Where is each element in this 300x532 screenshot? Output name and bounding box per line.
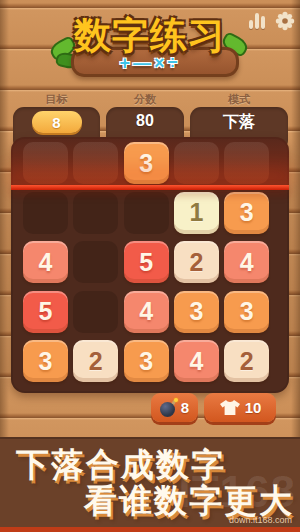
mode-value: 下落 (223, 112, 255, 133)
tile-3-r5c3[interactable]: 3 (124, 340, 169, 382)
danger-line (11, 185, 289, 191)
game-screen: 数字练习 +—×÷ 目标 8 分数 80 模式 下落 3134524543332… (0, 0, 300, 532)
tshirt-icon (219, 400, 241, 416)
tile-1-r2c4[interactable]: 1 (174, 192, 219, 234)
bomb-count: 8 (181, 399, 189, 416)
tile-4-r5c4[interactable]: 4 (174, 340, 219, 382)
score-value: 80 (136, 112, 154, 130)
tile-3-r1c3[interactable]: 3 (124, 142, 169, 184)
tile-4-r3c1[interactable]: 4 (23, 241, 68, 283)
mode-label: 模式 (190, 92, 288, 106)
target-label: 目标 (13, 92, 100, 106)
empty-cell-r1c5[interactable] (224, 142, 269, 184)
empty-cell-r2c3[interactable] (124, 192, 169, 234)
target-value-pill: 8 (32, 111, 82, 133)
bottom-accent-strip (0, 527, 300, 532)
game-board[interactable]: 3134524543332342 (11, 137, 289, 393)
empty-cell-r1c4[interactable] (174, 142, 219, 184)
board-grid: 3134524543332342 (23, 142, 269, 382)
tshirt-button[interactable]: 10 (204, 393, 276, 422)
bomb-button[interactable]: 8 (151, 393, 198, 422)
tile-4-r3c5[interactable]: 4 (224, 241, 269, 283)
powerup-bar: 8 10 (0, 393, 300, 423)
tile-2-r5c2[interactable]: 2 (73, 340, 118, 382)
empty-cell-r1c2[interactable] (73, 142, 118, 184)
tile-5-r3c3[interactable]: 5 (124, 241, 169, 283)
tile-4-r4c3[interactable]: 4 (124, 291, 169, 333)
tile-5-r4c1[interactable]: 5 (23, 291, 68, 333)
tile-2-r5c5[interactable]: 2 (224, 340, 269, 382)
empty-cell-r4c2[interactable] (73, 291, 118, 333)
tile-3-r4c4[interactable]: 3 (174, 291, 219, 333)
game-logo: 数字练习 +—×÷ (0, 0, 300, 90)
empty-cell-r2c2[interactable] (73, 192, 118, 234)
tile-3-r5c1[interactable]: 3 (23, 340, 68, 382)
tile-3-r4c5[interactable]: 3 (224, 291, 269, 333)
tile-2-r3c4[interactable]: 2 (174, 241, 219, 283)
bottom-banner: IT168 下落合成数字 看谁数字更大 down.it168.com (0, 437, 300, 527)
empty-cell-r3c2[interactable] (73, 241, 118, 283)
tile-3-r2c5[interactable]: 3 (224, 192, 269, 234)
tshirt-count: 10 (245, 399, 262, 416)
logo-subtitle: +—×÷ (0, 53, 300, 74)
watermark-small: down.it168.com (229, 515, 292, 525)
empty-cell-r1c1[interactable] (23, 142, 68, 184)
bomb-icon (160, 400, 177, 417)
empty-cell-r2c1[interactable] (23, 192, 68, 234)
score-label: 分数 (106, 92, 184, 106)
